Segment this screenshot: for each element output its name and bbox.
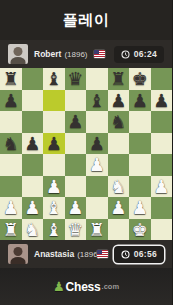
piece-white-pawn[interactable]: ♟	[89, 154, 105, 175]
square-c4[interactable]	[43, 154, 65, 176]
piece-black-pawn[interactable]: ♟	[153, 90, 169, 111]
square-e2[interactable]	[86, 197, 108, 219]
piece-black-rook[interactable]: ♜	[110, 68, 126, 89]
piece-white-bishop[interactable]: ♝	[46, 197, 62, 218]
chess-board: ♜♝♛♜♚♟♝♟♟♟♟♞♞♟♟♟♟♟♞♟♟♟♝♟♟♟♜♞♝♛♜♚	[0, 68, 172, 240]
square-c1[interactable]: ♝	[43, 219, 65, 241]
square-h3[interactable]: ♟	[151, 176, 173, 198]
square-e8[interactable]	[86, 68, 108, 90]
player-rating-top: (1896)	[64, 50, 87, 59]
piece-white-pawn[interactable]: ♟	[24, 197, 40, 218]
piece-black-bishop[interactable]: ♝	[46, 68, 62, 89]
piece-white-queen[interactable]: ♛	[67, 219, 83, 240]
piece-white-pawn[interactable]: ♟	[46, 176, 62, 197]
us-flag-icon	[97, 250, 108, 258]
square-c2[interactable]: ♝	[43, 197, 65, 219]
square-b3[interactable]	[22, 176, 44, 198]
square-b1[interactable]: ♞	[22, 219, 44, 241]
player-name-bottom: Anastasia	[34, 249, 74, 259]
clock-icon	[121, 250, 130, 259]
square-f5[interactable]	[108, 133, 130, 155]
square-h6[interactable]	[151, 111, 173, 133]
us-flag-icon	[94, 50, 105, 58]
chesscom-pawn-icon: ♟	[53, 280, 65, 293]
avatar-torso	[11, 57, 26, 64]
square-c7[interactable]	[43, 90, 65, 112]
piece-black-knight[interactable]: ♞	[110, 111, 126, 132]
piece-white-pawn[interactable]: ♟	[132, 197, 148, 218]
piece-black-rook[interactable]: ♜	[3, 68, 19, 89]
player-name-top: Robert	[34, 49, 61, 59]
square-a6[interactable]	[0, 111, 22, 133]
chesscom-logo-text: Chess	[66, 280, 101, 294]
player-info-top: Robert (1896)	[34, 49, 88, 59]
square-a8[interactable]: ♜	[0, 68, 22, 90]
square-a5[interactable]: ♞	[0, 133, 22, 155]
app-screen: 플레이 Robert (1896) 06:24 ♜♝♛♜♚♟♝♟♟♟♟♞♞♟♟♟…	[0, 0, 172, 305]
clock-top: 06:24	[114, 46, 164, 63]
square-b4[interactable]	[22, 154, 44, 176]
footer-bar: ♟ Chess .com	[0, 268, 172, 305]
chesscom-logo-tld: .com	[102, 282, 120, 291]
piece-black-pawn[interactable]: ♟	[3, 90, 19, 111]
clock-icon	[121, 50, 130, 59]
square-f8[interactable]: ♜	[108, 68, 130, 90]
square-a7[interactable]: ♟	[0, 90, 22, 112]
player-bar-bottom: Anastasia (1896) 06:56	[0, 240, 172, 268]
square-d2[interactable]: ♟	[65, 197, 87, 219]
piece-black-king[interactable]: ♚	[132, 68, 148, 89]
square-h8[interactable]	[151, 68, 173, 90]
square-c8[interactable]: ♝	[43, 68, 65, 90]
clock-time-bottom: 06:56	[134, 249, 157, 259]
square-d5[interactable]	[65, 133, 87, 155]
square-f3[interactable]: ♞	[108, 176, 130, 198]
clock-bottom: 06:56	[114, 246, 164, 263]
square-f1[interactable]	[108, 219, 130, 241]
piece-white-bishop[interactable]: ♝	[46, 219, 62, 240]
square-g2[interactable]: ♟	[129, 197, 151, 219]
avatar-head	[14, 47, 23, 56]
square-f2[interactable]: ♟	[108, 197, 130, 219]
piece-black-knight[interactable]: ♞	[3, 133, 19, 154]
square-e1[interactable]: ♜	[86, 219, 108, 241]
piece-white-pawn[interactable]: ♟	[153, 176, 169, 197]
square-d6[interactable]: ♟	[65, 111, 87, 133]
piece-black-queen[interactable]: ♛	[67, 68, 83, 89]
square-b5[interactable]: ♟	[22, 133, 44, 155]
piece-white-rook[interactable]: ♜	[3, 219, 19, 240]
square-a1[interactable]: ♜	[0, 219, 22, 241]
square-f7[interactable]: ♟	[108, 90, 130, 112]
piece-white-pawn[interactable]: ♟	[110, 197, 126, 218]
avatar-player[interactable]	[8, 244, 28, 264]
piece-black-pawn[interactable]: ♟	[89, 133, 105, 154]
piece-black-pawn[interactable]: ♟	[24, 133, 40, 154]
piece-white-knight[interactable]: ♞	[110, 176, 126, 197]
square-h4[interactable]	[151, 154, 173, 176]
square-e3[interactable]	[86, 176, 108, 198]
piece-white-pawn[interactable]: ♟	[67, 197, 83, 218]
square-b8[interactable]	[22, 68, 44, 90]
square-a4[interactable]	[0, 154, 22, 176]
square-d1[interactable]: ♛	[65, 219, 87, 241]
square-g6[interactable]	[129, 111, 151, 133]
piece-black-pawn[interactable]: ♟	[132, 90, 148, 111]
square-g8[interactable]: ♚	[129, 68, 151, 90]
square-g5[interactable]	[129, 133, 151, 155]
square-b2[interactable]: ♟	[22, 197, 44, 219]
player-bar-top: Robert (1896) 06:24	[0, 40, 172, 68]
square-e6[interactable]	[86, 111, 108, 133]
square-g3[interactable]	[129, 176, 151, 198]
avatar-opponent[interactable]	[8, 44, 28, 64]
square-c5[interactable]: ♟	[43, 133, 65, 155]
square-g1[interactable]: ♚	[129, 219, 151, 241]
square-h1[interactable]	[151, 219, 173, 241]
square-f6[interactable]: ♞	[108, 111, 130, 133]
square-g4[interactable]	[129, 154, 151, 176]
header-bar: 플레이	[0, 0, 172, 40]
player-info-bottom: Anastasia (1896)	[34, 249, 91, 259]
square-d3[interactable]	[65, 176, 87, 198]
square-d4[interactable]	[65, 154, 87, 176]
piece-white-rook[interactable]: ♜	[89, 219, 105, 240]
square-d7[interactable]	[65, 90, 87, 112]
square-h2[interactable]	[151, 197, 173, 219]
square-h5[interactable]	[151, 133, 173, 155]
square-e5[interactable]: ♟	[86, 133, 108, 155]
piece-black-pawn[interactable]: ♟	[46, 133, 62, 154]
avatar-torso	[11, 257, 26, 264]
square-d8[interactable]: ♛	[65, 68, 87, 90]
avatar-head	[14, 247, 23, 256]
square-h7[interactable]: ♟	[151, 90, 173, 112]
clock-time-top: 06:24	[134, 49, 157, 59]
page-title: 플레이	[63, 11, 110, 30]
piece-black-pawn[interactable]: ♟	[67, 111, 83, 132]
piece-black-bishop[interactable]: ♝	[89, 90, 105, 111]
piece-white-knight[interactable]: ♞	[24, 219, 40, 240]
square-a3[interactable]	[0, 176, 22, 198]
square-b6[interactable]	[22, 111, 44, 133]
square-c6[interactable]	[43, 111, 65, 133]
square-e4[interactable]: ♟	[86, 154, 108, 176]
square-g7[interactable]: ♟	[129, 90, 151, 112]
square-b7[interactable]	[22, 90, 44, 112]
square-e7[interactable]: ♝	[86, 90, 108, 112]
piece-black-pawn[interactable]: ♟	[110, 90, 126, 111]
piece-white-pawn[interactable]: ♟	[3, 197, 19, 218]
square-f4[interactable]	[108, 154, 130, 176]
square-a2[interactable]: ♟	[0, 197, 22, 219]
piece-white-king[interactable]: ♚	[132, 219, 148, 240]
square-c3[interactable]: ♟	[43, 176, 65, 198]
